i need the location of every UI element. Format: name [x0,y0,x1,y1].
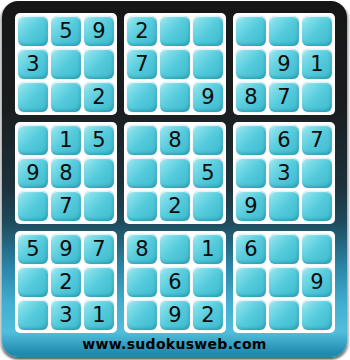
given-digit: 6 [168,272,181,293]
cell-r7c6[interactable]: 1 [193,234,223,264]
cell-r6c3[interactable] [84,191,114,221]
given-digit: 2 [201,305,214,326]
given-digit: 1 [59,130,72,151]
box-r2c3: 6739 [233,122,335,224]
cell-r4c5[interactable]: 8 [160,125,190,155]
page: 593227991871598785267395972318169269 www… [0,0,350,360]
cell-r4c9[interactable]: 7 [302,125,332,155]
given-digit: 9 [244,196,257,217]
cell-r7c7[interactable]: 6 [236,234,266,264]
cell-r4c8[interactable]: 6 [269,125,299,155]
cell-r5c6[interactable]: 5 [193,158,223,188]
given-digit: 8 [168,130,181,151]
cell-r8c2[interactable]: 2 [51,267,81,297]
given-digit: 1 [201,239,214,260]
box-r1c3: 9187 [233,13,335,115]
given-digit: 1 [92,305,105,326]
given-digit: 5 [92,130,105,151]
cell-r5c1[interactable]: 9 [18,158,48,188]
cell-r3c8[interactable]: 7 [269,82,299,112]
given-digit: 9 [59,239,72,260]
cell-r5c7[interactable] [236,158,266,188]
cell-r6c9[interactable] [302,191,332,221]
cell-r6c8[interactable] [269,191,299,221]
given-digit: 8 [244,87,257,108]
given-digit: 7 [277,87,290,108]
cell-r5c8[interactable]: 3 [269,158,299,188]
cell-r3c3[interactable]: 2 [84,82,114,112]
given-digit: 9 [168,305,181,326]
cell-r9c9[interactable] [302,300,332,330]
cell-r1c2[interactable]: 5 [51,16,81,46]
cell-r7c9[interactable] [302,234,332,264]
cell-r9c3[interactable]: 1 [84,300,114,330]
cell-r1c8[interactable] [269,16,299,46]
cell-r2c2[interactable] [51,49,81,79]
cell-r7c5[interactable] [160,234,190,264]
cell-r5c3[interactable] [84,158,114,188]
cell-r6c4[interactable] [127,191,157,221]
box-r1c2: 279 [124,13,226,115]
cell-r3c5[interactable] [160,82,190,112]
footer-bar: www.sudokusweb.com [2,334,347,354]
given-digit: 7 [59,196,72,217]
given-digit: 5 [201,163,214,184]
box-r3c3: 69 [233,231,335,333]
cell-r5c2[interactable]: 8 [51,158,81,188]
cell-r8c9[interactable]: 9 [302,267,332,297]
given-digit: 7 [310,130,323,151]
cell-r9c6[interactable]: 2 [193,300,223,330]
cell-r6c1[interactable] [18,191,48,221]
cell-r1c5[interactable] [160,16,190,46]
cell-r8c8[interactable] [269,267,299,297]
given-digit: 8 [59,163,72,184]
given-digit: 9 [310,272,323,293]
cell-r3c7[interactable]: 8 [236,82,266,112]
cell-r3c2[interactable] [51,82,81,112]
given-digit: 5 [59,21,72,42]
cell-r2c7[interactable] [236,49,266,79]
cell-r1c4[interactable]: 2 [127,16,157,46]
given-digit: 6 [244,239,257,260]
given-digit: 2 [92,87,105,108]
box-r2c1: 15987 [15,122,117,224]
cell-r6c7[interactable]: 9 [236,191,266,221]
cell-r9c2[interactable]: 3 [51,300,81,330]
cell-r4c4[interactable] [127,125,157,155]
box-r2c2: 852 [124,122,226,224]
cell-r1c1[interactable] [18,16,48,46]
cell-r2c1[interactable]: 3 [18,49,48,79]
cell-r7c3[interactable]: 7 [84,234,114,264]
cell-r9c1[interactable] [18,300,48,330]
given-digit: 3 [59,305,72,326]
cell-r1c6[interactable] [193,16,223,46]
cell-r3c4[interactable] [127,82,157,112]
given-digit: 3 [277,163,290,184]
cell-r2c6[interactable] [193,49,223,79]
cell-r6c6[interactable] [193,191,223,221]
cell-r4c1[interactable] [18,125,48,155]
box-r3c2: 81692 [124,231,226,333]
given-digit: 2 [59,272,72,293]
cell-r5c9[interactable] [302,158,332,188]
cell-r8c3[interactable] [84,267,114,297]
cell-r2c3[interactable] [84,49,114,79]
cell-r3c9[interactable] [302,82,332,112]
cell-r8c4[interactable] [127,267,157,297]
given-digit: 9 [277,54,290,75]
given-digit: 7 [135,54,148,75]
cell-r9c7[interactable] [236,300,266,330]
cell-r2c5[interactable] [160,49,190,79]
cell-r9c5[interactable]: 9 [160,300,190,330]
cell-r8c5[interactable]: 6 [160,267,190,297]
cell-r9c4[interactable] [127,300,157,330]
given-digit: 2 [135,21,148,42]
cell-r7c2[interactable]: 9 [51,234,81,264]
cell-r8c6[interactable] [193,267,223,297]
given-digit: 9 [92,21,105,42]
cell-r7c4[interactable]: 8 [127,234,157,264]
cell-r1c9[interactable] [302,16,332,46]
cell-r4c2[interactable]: 1 [51,125,81,155]
given-digit: 6 [277,130,290,151]
given-digit: 7 [92,239,105,260]
cell-r3c6[interactable]: 9 [193,82,223,112]
cell-r5c4[interactable] [127,158,157,188]
cell-r2c4[interactable]: 7 [127,49,157,79]
cell-r4c7[interactable] [236,125,266,155]
cell-r1c7[interactable] [236,16,266,46]
cell-r6c5[interactable]: 2 [160,191,190,221]
given-digit: 1 [310,54,323,75]
sudoku-grid: 593227991871598785267395972318169269 [15,13,335,333]
website-label: www.sudokusweb.com [82,336,266,352]
given-digit: 3 [26,54,39,75]
cell-r8c7[interactable] [236,267,266,297]
given-digit: 9 [26,163,39,184]
given-digit: 9 [201,87,214,108]
cell-r2c8[interactable]: 9 [269,49,299,79]
cell-r7c1[interactable]: 5 [18,234,48,264]
cell-r1c3[interactable]: 9 [84,16,114,46]
cell-r4c3[interactable]: 5 [84,125,114,155]
cell-r7c8[interactable] [269,234,299,264]
cell-r4c6[interactable] [193,125,223,155]
cell-r2c9[interactable]: 1 [302,49,332,79]
box-r1c1: 5932 [15,13,117,115]
cell-r8c1[interactable] [18,267,48,297]
sudoku-board: 593227991871598785267395972318169269 www… [2,1,347,357]
cell-r9c8[interactable] [269,300,299,330]
cell-r3c1[interactable] [18,82,48,112]
given-digit: 5 [26,239,39,260]
cell-r6c2[interactable]: 7 [51,191,81,221]
given-digit: 8 [135,239,148,260]
given-digit: 2 [168,196,181,217]
cell-r5c5[interactable] [160,158,190,188]
box-r3c1: 597231 [15,231,117,333]
